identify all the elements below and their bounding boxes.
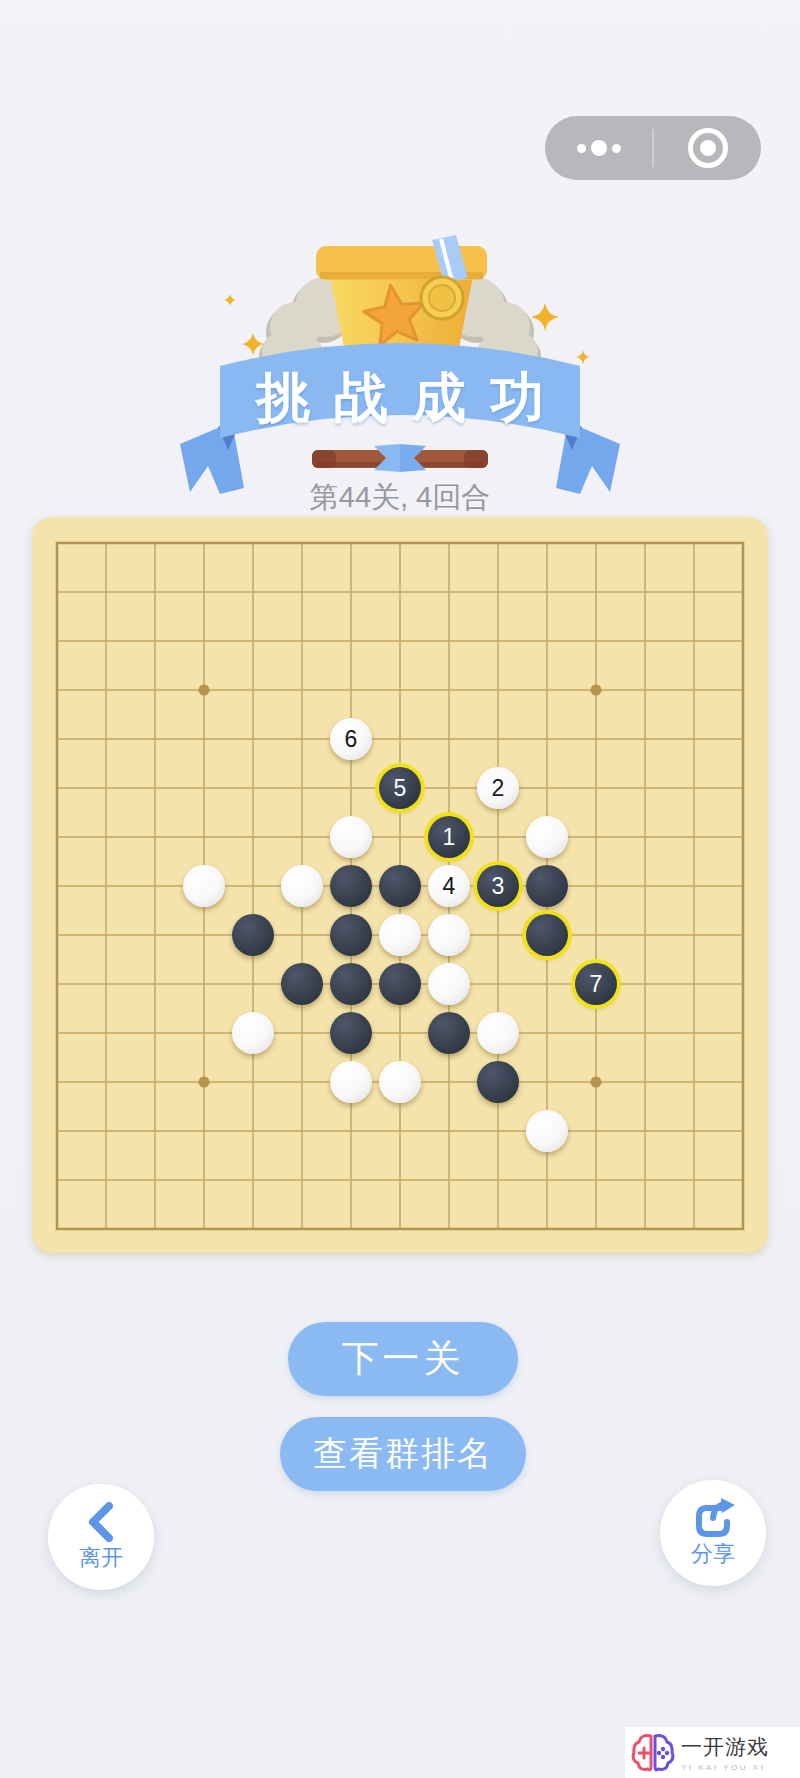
group-ranking-button[interactable]: 查看群排名: [280, 1417, 526, 1491]
result-page: 挑战成功 第44关, 4回合 6521437 下一关 查看群排名 离开 分享: [0, 0, 800, 1778]
stone-black: [330, 1012, 372, 1054]
chevron-left-icon: [83, 1502, 119, 1542]
stone-white: [428, 963, 470, 1005]
stone-white-move-2: 2: [477, 767, 519, 809]
stone-white: [281, 865, 323, 907]
more-menu-button[interactable]: [545, 116, 652, 180]
watermark: 一开游戏 YI KAI YOU XI: [625, 1727, 800, 1778]
stone-white: [379, 1061, 421, 1103]
home-close-button[interactable]: [654, 116, 761, 180]
stone-white: [526, 816, 568, 858]
stone-black: [232, 914, 274, 956]
share-forward-icon: [691, 1498, 735, 1538]
stone-black: [379, 865, 421, 907]
leave-button[interactable]: 离开: [48, 1484, 154, 1590]
stone-white: [477, 1012, 519, 1054]
stone-black: [281, 963, 323, 1005]
stone-black: [526, 865, 568, 907]
stone-black-move-5: 5: [379, 767, 421, 809]
board: 6521437: [32, 517, 768, 1253]
stone-white-move-4: 4: [428, 865, 470, 907]
banner-title: 挑战成功: [0, 362, 800, 435]
share-label: 分享: [691, 1539, 735, 1569]
leave-label: 离开: [79, 1543, 123, 1573]
brain-gamepad-logo: [631, 1732, 675, 1774]
stone-black: [526, 914, 568, 956]
stone-black-move-1: 1: [428, 816, 470, 858]
stone-white: [428, 914, 470, 956]
watermark-title: 一开游戏: [681, 1733, 769, 1761]
next-level-button[interactable]: 下一关: [288, 1322, 518, 1396]
stone-black: [477, 1061, 519, 1103]
stone-black: [330, 914, 372, 956]
share-button[interactable]: 分享: [660, 1480, 766, 1586]
stone-white: [183, 865, 225, 907]
stone-black: [379, 963, 421, 1005]
stone-white-move-6: 6: [330, 718, 372, 760]
stone-white: [330, 816, 372, 858]
stone-white: [379, 914, 421, 956]
stone-black: [330, 865, 372, 907]
stone-black: [428, 1012, 470, 1054]
stone-black-move-7: 7: [575, 963, 617, 1005]
miniprogram-capsule: [545, 116, 761, 180]
ellipsis-menu-icon: [577, 140, 621, 156]
watermark-subtitle: YI KAI YOU XI: [681, 1763, 769, 1772]
record-home-icon: [688, 128, 728, 168]
stone-white: [330, 1061, 372, 1103]
stone-black-move-3: 3: [477, 865, 519, 907]
stone-white: [232, 1012, 274, 1054]
stone-black: [330, 963, 372, 1005]
stone-white: [526, 1110, 568, 1152]
